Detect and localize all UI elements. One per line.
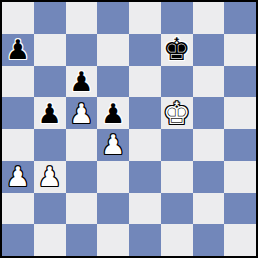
square-f8[interactable] [161,2,193,34]
square-f4[interactable] [161,129,193,161]
piece-white-pawn-c5: ♟ [69,100,93,127]
square-c3[interactable] [66,161,98,193]
piece-white-pawn-b3: ♟ [38,163,62,190]
square-h3[interactable] [224,161,256,193]
square-c7[interactable] [66,34,98,66]
square-a2[interactable] [2,193,34,225]
piece-white-pawn-d4: ♟ [101,131,125,158]
square-b8[interactable] [34,2,66,34]
square-d8[interactable] [97,2,129,34]
square-e5[interactable] [129,97,161,129]
square-a1[interactable] [2,224,34,256]
square-e3[interactable] [129,161,161,193]
chess-board: ♟♚♟♟♟♟♚♟♟♟ [0,0,258,258]
square-g8[interactable] [193,2,225,34]
square-a5[interactable] [2,97,34,129]
piece-white-pawn-a3: ♟ [6,163,30,190]
square-g5[interactable] [193,97,225,129]
square-h2[interactable] [224,193,256,225]
square-d5[interactable]: ♟ [97,97,129,129]
square-a8[interactable] [2,2,34,34]
square-e2[interactable] [129,193,161,225]
square-e7[interactable] [129,34,161,66]
square-e8[interactable] [129,2,161,34]
square-h1[interactable] [224,224,256,256]
square-c1[interactable] [66,224,98,256]
piece-black-pawn-b5: ♟ [38,100,62,127]
square-d4[interactable]: ♟ [97,129,129,161]
square-f6[interactable] [161,66,193,98]
square-h5[interactable] [224,97,256,129]
square-h4[interactable] [224,129,256,161]
square-b7[interactable] [34,34,66,66]
square-d7[interactable] [97,34,129,66]
square-c4[interactable] [66,129,98,161]
square-e6[interactable] [129,66,161,98]
square-f1[interactable] [161,224,193,256]
square-f7[interactable]: ♚ [161,34,193,66]
square-g4[interactable] [193,129,225,161]
square-f2[interactable] [161,193,193,225]
square-f3[interactable] [161,161,193,193]
square-e1[interactable] [129,224,161,256]
piece-black-pawn-d5: ♟ [101,100,125,127]
square-a3[interactable]: ♟ [2,161,34,193]
square-h6[interactable] [224,66,256,98]
square-c2[interactable] [66,193,98,225]
square-d2[interactable] [97,193,129,225]
square-d3[interactable] [97,161,129,193]
chess-diagram: ♟♚♟♟♟♟♚♟♟♟ [0,0,258,258]
square-g2[interactable] [193,193,225,225]
square-b4[interactable] [34,129,66,161]
square-b5[interactable]: ♟ [34,97,66,129]
piece-black-king-f7: ♚ [163,34,191,65]
square-g1[interactable] [193,224,225,256]
square-g7[interactable] [193,34,225,66]
square-b2[interactable] [34,193,66,225]
square-c5[interactable]: ♟ [66,97,98,129]
piece-white-king-f5: ♚ [163,98,191,129]
square-e4[interactable] [129,129,161,161]
square-a6[interactable] [2,66,34,98]
piece-black-pawn-a7: ♟ [6,36,30,63]
square-f5[interactable]: ♚ [161,97,193,129]
square-b1[interactable] [34,224,66,256]
square-a7[interactable]: ♟ [2,34,34,66]
square-g6[interactable] [193,66,225,98]
square-g3[interactable] [193,161,225,193]
square-b6[interactable] [34,66,66,98]
square-b3[interactable]: ♟ [34,161,66,193]
piece-black-pawn-c6: ♟ [69,68,93,95]
square-h7[interactable] [224,34,256,66]
square-c8[interactable] [66,2,98,34]
square-c6[interactable]: ♟ [66,66,98,98]
square-d1[interactable] [97,224,129,256]
square-a4[interactable] [2,129,34,161]
square-d6[interactable] [97,66,129,98]
square-h8[interactable] [224,2,256,34]
